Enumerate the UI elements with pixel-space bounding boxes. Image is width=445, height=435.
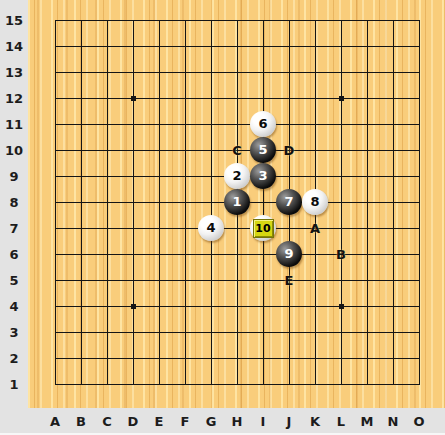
intersection-J14[interactable] xyxy=(276,33,302,59)
column-label-I: I xyxy=(250,414,276,429)
intersection-C12[interactable] xyxy=(94,85,120,111)
intersection-C5[interactable] xyxy=(94,267,120,293)
star-point-L4 xyxy=(339,304,344,309)
intersection-N13[interactable] xyxy=(380,59,406,85)
intersection-E7[interactable] xyxy=(146,215,172,241)
intersection-I10[interactable]: 5 xyxy=(250,137,276,163)
white-stone-move-6[interactable]: 6 xyxy=(250,111,276,137)
column-label-A: A xyxy=(42,414,68,429)
intersection-H11[interactable] xyxy=(224,111,250,137)
intersection-I2[interactable] xyxy=(250,345,276,371)
intersection-D3[interactable] xyxy=(120,319,146,345)
intersection-O8[interactable] xyxy=(406,189,432,215)
intersection-I8[interactable] xyxy=(250,189,276,215)
intersection-G15[interactable] xyxy=(198,7,224,33)
intersection-K13[interactable] xyxy=(302,59,328,85)
intersection-J9[interactable] xyxy=(276,163,302,189)
row-label-8: 8 xyxy=(0,195,28,210)
intersection-A14[interactable] xyxy=(42,33,68,59)
intersection-O2[interactable] xyxy=(406,345,432,371)
intersection-B13[interactable] xyxy=(68,59,94,85)
intersection-I7[interactable]: 10 xyxy=(250,215,276,241)
intersection-H15[interactable] xyxy=(224,7,250,33)
intersection-J6[interactable]: 9 xyxy=(276,241,302,267)
row-label-9: 9 xyxy=(0,169,28,184)
intersection-D6[interactable] xyxy=(120,241,146,267)
intersection-H5[interactable] xyxy=(224,267,250,293)
intersection-H12[interactable] xyxy=(224,85,250,111)
black-stone-move-1[interactable]: 1 xyxy=(224,189,250,215)
column-label-O: O xyxy=(406,414,432,429)
intersection-H7[interactable] xyxy=(224,215,250,241)
intersection-D9[interactable] xyxy=(120,163,146,189)
intersection-C7[interactable] xyxy=(94,215,120,241)
letter-mark-A[interactable]: A xyxy=(310,221,320,236)
column-label-C: C xyxy=(94,414,120,429)
intersection-E13[interactable] xyxy=(146,59,172,85)
intersection-G2[interactable] xyxy=(198,345,224,371)
star-point-L12 xyxy=(339,96,344,101)
row-label-11: 11 xyxy=(0,117,28,132)
intersection-M1[interactable] xyxy=(354,371,380,397)
intersection-A1[interactable] xyxy=(42,371,68,397)
intersection-L15[interactable] xyxy=(328,7,354,33)
row-label-10: 10 xyxy=(0,143,28,158)
intersection-C2[interactable] xyxy=(94,345,120,371)
intersection-H4[interactable] xyxy=(224,293,250,319)
intersection-H2[interactable] xyxy=(224,345,250,371)
intersection-O11[interactable] xyxy=(406,111,432,137)
intersection-F10[interactable] xyxy=(172,137,198,163)
intersection-G10[interactable] xyxy=(198,137,224,163)
intersection-O7[interactable] xyxy=(406,215,432,241)
intersection-L10[interactable] xyxy=(328,137,354,163)
intersection-B1[interactable] xyxy=(68,371,94,397)
intersection-G11[interactable] xyxy=(198,111,224,137)
intersection-E15[interactable] xyxy=(146,7,172,33)
row-label-14: 14 xyxy=(0,39,28,54)
intersection-C11[interactable] xyxy=(94,111,120,137)
intersection-D1[interactable] xyxy=(120,371,146,397)
intersection-J13[interactable] xyxy=(276,59,302,85)
intersection-H6[interactable] xyxy=(224,241,250,267)
intersection-M12[interactable] xyxy=(354,85,380,111)
intersection-C3[interactable] xyxy=(94,319,120,345)
intersection-K11[interactable] xyxy=(302,111,328,137)
intersection-G1[interactable] xyxy=(198,371,224,397)
intersection-M13[interactable] xyxy=(354,59,380,85)
intersection-F7[interactable] xyxy=(172,215,198,241)
intersection-K3[interactable] xyxy=(302,319,328,345)
intersection-L6[interactable]: B xyxy=(328,241,354,267)
intersection-F12[interactable] xyxy=(172,85,198,111)
intersection-J7[interactable] xyxy=(276,215,302,241)
letter-mark-C[interactable]: C xyxy=(232,143,242,158)
intersection-L11[interactable] xyxy=(328,111,354,137)
intersection-I6[interactable] xyxy=(250,241,276,267)
intersection-F3[interactable] xyxy=(172,319,198,345)
intersection-J2[interactable] xyxy=(276,345,302,371)
intersection-N1[interactable] xyxy=(380,371,406,397)
intersection-I4[interactable] xyxy=(250,293,276,319)
intersection-G14[interactable] xyxy=(198,33,224,59)
intersection-O15[interactable] xyxy=(406,7,432,33)
intersection-B9[interactable] xyxy=(68,163,94,189)
intersection-K10[interactable] xyxy=(302,137,328,163)
intersection-C14[interactable] xyxy=(94,33,120,59)
column-label-N: N xyxy=(380,414,406,429)
intersection-C10[interactable] xyxy=(94,137,120,163)
black-stone-move-3[interactable]: 3 xyxy=(250,163,276,189)
intersection-N11[interactable] xyxy=(380,111,406,137)
row-label-7: 7 xyxy=(0,221,28,236)
intersection-B7[interactable] xyxy=(68,215,94,241)
intersection-L9[interactable] xyxy=(328,163,354,189)
star-point-D4 xyxy=(131,304,136,309)
intersection-J15[interactable] xyxy=(276,7,302,33)
intersection-O9[interactable] xyxy=(406,163,432,189)
intersection-N14[interactable] xyxy=(380,33,406,59)
intersection-N4[interactable] xyxy=(380,293,406,319)
intersection-C8[interactable] xyxy=(94,189,120,215)
intersection-E8[interactable] xyxy=(146,189,172,215)
intersection-A2[interactable] xyxy=(42,345,68,371)
intersection-A10[interactable] xyxy=(42,137,68,163)
intersection-D12[interactable] xyxy=(120,85,146,111)
row-label-6: 6 xyxy=(0,247,28,262)
white-stone-move-10[interactable]: 10 xyxy=(250,215,276,241)
intersection-O10[interactable] xyxy=(406,137,432,163)
intersection-I12[interactable] xyxy=(250,85,276,111)
intersection-K5[interactable] xyxy=(302,267,328,293)
letter-mark-E[interactable]: E xyxy=(285,273,294,288)
intersection-E5[interactable] xyxy=(146,267,172,293)
column-label-G: G xyxy=(198,414,224,429)
intersection-F13[interactable] xyxy=(172,59,198,85)
intersection-G7[interactable]: 4 xyxy=(198,215,224,241)
intersection-O5[interactable] xyxy=(406,267,432,293)
renju-diagram: 6C5D23178410A9BE 151413121110987654321 A… xyxy=(0,0,445,435)
black-stone-move-9[interactable]: 9 xyxy=(276,241,302,267)
intersection-E3[interactable] xyxy=(146,319,172,345)
intersection-D10[interactable] xyxy=(120,137,146,163)
intersection-G13[interactable] xyxy=(198,59,224,85)
intersection-N9[interactable] xyxy=(380,163,406,189)
row-label-4: 4 xyxy=(0,299,28,314)
intersection-B3[interactable] xyxy=(68,319,94,345)
intersection-J10[interactable]: D xyxy=(276,137,302,163)
intersection-B5[interactable] xyxy=(68,267,94,293)
intersection-L7[interactable] xyxy=(328,215,354,241)
row-label-1: 1 xyxy=(0,377,28,392)
intersection-N7[interactable] xyxy=(380,215,406,241)
letter-mark-B[interactable]: B xyxy=(336,247,346,262)
intersection-B10[interactable] xyxy=(68,137,94,163)
intersection-D14[interactable] xyxy=(120,33,146,59)
intersection-N3[interactable] xyxy=(380,319,406,345)
intersection-M10[interactable] xyxy=(354,137,380,163)
intersection-H8[interactable]: 1 xyxy=(224,189,250,215)
intersection-N10[interactable] xyxy=(380,137,406,163)
intersection-A11[interactable] xyxy=(42,111,68,137)
intersection-G4[interactable] xyxy=(198,293,224,319)
intersection-L2[interactable] xyxy=(328,345,354,371)
intersection-I9[interactable]: 3 xyxy=(250,163,276,189)
intersection-N5[interactable] xyxy=(380,267,406,293)
row-label-3: 3 xyxy=(0,325,28,340)
intersection-L3[interactable] xyxy=(328,319,354,345)
intersection-G8[interactable] xyxy=(198,189,224,215)
intersection-I3[interactable] xyxy=(250,319,276,345)
row-label-2: 2 xyxy=(0,351,28,366)
intersection-L13[interactable] xyxy=(328,59,354,85)
intersection-M9[interactable] xyxy=(354,163,380,189)
intersection-N15[interactable] xyxy=(380,7,406,33)
intersection-E9[interactable] xyxy=(146,163,172,189)
intersection-N6[interactable] xyxy=(380,241,406,267)
intersection-B15[interactable] xyxy=(68,7,94,33)
intersection-N2[interactable] xyxy=(380,345,406,371)
intersection-K12[interactable] xyxy=(302,85,328,111)
intersection-E2[interactable] xyxy=(146,345,172,371)
intersection-O12[interactable] xyxy=(406,85,432,111)
intersection-I15[interactable] xyxy=(250,7,276,33)
intersection-M2[interactable] xyxy=(354,345,380,371)
intersection-E6[interactable] xyxy=(146,241,172,267)
black-stone-move-7[interactable]: 7 xyxy=(276,189,302,215)
intersection-C13[interactable] xyxy=(94,59,120,85)
column-label-J: J xyxy=(276,414,302,429)
intersection-M3[interactable] xyxy=(354,319,380,345)
board-grid: 6C5D23178410A9BE xyxy=(42,7,432,397)
intersection-J4[interactable] xyxy=(276,293,302,319)
row-label-13: 13 xyxy=(0,65,28,80)
intersection-F2[interactable] xyxy=(172,345,198,371)
intersection-F4[interactable] xyxy=(172,293,198,319)
column-label-L: L xyxy=(328,414,354,429)
intersection-M6[interactable] xyxy=(354,241,380,267)
intersection-C9[interactable] xyxy=(94,163,120,189)
intersection-J3[interactable] xyxy=(276,319,302,345)
intersection-O1[interactable] xyxy=(406,371,432,397)
intersection-A6[interactable] xyxy=(42,241,68,267)
intersection-E14[interactable] xyxy=(146,33,172,59)
intersection-D5[interactable] xyxy=(120,267,146,293)
intersection-K15[interactable] xyxy=(302,7,328,33)
intersection-F8[interactable] xyxy=(172,189,198,215)
intersection-F14[interactable] xyxy=(172,33,198,59)
intersection-M5[interactable] xyxy=(354,267,380,293)
white-stone-move-4[interactable]: 4 xyxy=(198,215,224,241)
intersection-O13[interactable] xyxy=(406,59,432,85)
column-label-K: K xyxy=(302,414,328,429)
intersection-I1[interactable] xyxy=(250,371,276,397)
intersection-J8[interactable]: 7 xyxy=(276,189,302,215)
intersection-A5[interactable] xyxy=(42,267,68,293)
intersection-H10[interactable]: C xyxy=(224,137,250,163)
intersection-B6[interactable] xyxy=(68,241,94,267)
intersection-D4[interactable] xyxy=(120,293,146,319)
intersection-I13[interactable] xyxy=(250,59,276,85)
intersection-L8[interactable] xyxy=(328,189,354,215)
intersection-B11[interactable] xyxy=(68,111,94,137)
intersection-G3[interactable] xyxy=(198,319,224,345)
black-stone-move-5[interactable]: 5 xyxy=(250,137,276,163)
letter-mark-D[interactable]: D xyxy=(284,143,295,158)
intersection-J11[interactable] xyxy=(276,111,302,137)
intersection-I5[interactable] xyxy=(250,267,276,293)
intersection-C4[interactable] xyxy=(94,293,120,319)
intersection-L12[interactable] xyxy=(328,85,354,111)
intersection-F9[interactable] xyxy=(172,163,198,189)
column-coordinates: ABCDEFGHIJKLMNO xyxy=(0,408,445,435)
intersection-A9[interactable] xyxy=(42,163,68,189)
intersection-E10[interactable] xyxy=(146,137,172,163)
intersection-K7[interactable]: A xyxy=(302,215,328,241)
row-label-12: 12 xyxy=(0,91,28,106)
intersection-O14[interactable] xyxy=(406,33,432,59)
column-label-E: E xyxy=(146,414,172,429)
intersection-B8[interactable] xyxy=(68,189,94,215)
intersection-I11[interactable]: 6 xyxy=(250,111,276,137)
row-label-5: 5 xyxy=(0,273,28,288)
intersection-K1[interactable] xyxy=(302,371,328,397)
intersection-D13[interactable] xyxy=(120,59,146,85)
intersection-H1[interactable] xyxy=(224,371,250,397)
white-stone-move-8[interactable]: 8 xyxy=(302,189,328,215)
white-stone-move-2[interactable]: 2 xyxy=(224,163,250,189)
intersection-M7[interactable] xyxy=(354,215,380,241)
intersection-M15[interactable] xyxy=(354,7,380,33)
intersection-A15[interactable] xyxy=(42,7,68,33)
intersection-O6[interactable] xyxy=(406,241,432,267)
intersection-A12[interactable] xyxy=(42,85,68,111)
intersection-F1[interactable] xyxy=(172,371,198,397)
intersection-A3[interactable] xyxy=(42,319,68,345)
intersection-J5[interactable]: E xyxy=(276,267,302,293)
intersection-C6[interactable] xyxy=(94,241,120,267)
intersection-D8[interactable] xyxy=(120,189,146,215)
intersection-K6[interactable] xyxy=(302,241,328,267)
intersection-F5[interactable] xyxy=(172,267,198,293)
intersection-D11[interactable] xyxy=(120,111,146,137)
intersection-H3[interactable] xyxy=(224,319,250,345)
intersection-B14[interactable] xyxy=(68,33,94,59)
intersection-E1[interactable] xyxy=(146,371,172,397)
intersection-J12[interactable] xyxy=(276,85,302,111)
star-point-D12 xyxy=(131,96,136,101)
row-label-15: 15 xyxy=(0,13,28,28)
intersection-K14[interactable] xyxy=(302,33,328,59)
intersection-M8[interactable] xyxy=(354,189,380,215)
intersection-L4[interactable] xyxy=(328,293,354,319)
intersection-O4[interactable] xyxy=(406,293,432,319)
intersection-K2[interactable] xyxy=(302,345,328,371)
intersection-L1[interactable] xyxy=(328,371,354,397)
intersection-G6[interactable] xyxy=(198,241,224,267)
intersection-C15[interactable] xyxy=(94,7,120,33)
intersection-M11[interactable] xyxy=(354,111,380,137)
intersection-L5[interactable] xyxy=(328,267,354,293)
column-label-F: F xyxy=(172,414,198,429)
intersection-I14[interactable] xyxy=(250,33,276,59)
intersection-A4[interactable] xyxy=(42,293,68,319)
intersection-M4[interactable] xyxy=(354,293,380,319)
intersection-D2[interactable] xyxy=(120,345,146,371)
intersection-J1[interactable] xyxy=(276,371,302,397)
intersection-H14[interactable] xyxy=(224,33,250,59)
intersection-K9[interactable] xyxy=(302,163,328,189)
intersection-F11[interactable] xyxy=(172,111,198,137)
intersection-K4[interactable] xyxy=(302,293,328,319)
intersection-E11[interactable] xyxy=(146,111,172,137)
row-coordinates: 151413121110987654321 xyxy=(0,0,28,408)
column-label-D: D xyxy=(120,414,146,429)
intersection-G12[interactable] xyxy=(198,85,224,111)
intersection-E4[interactable] xyxy=(146,293,172,319)
intersection-D15[interactable] xyxy=(120,7,146,33)
intersection-B4[interactable] xyxy=(68,293,94,319)
intersection-F15[interactable] xyxy=(172,7,198,33)
intersection-G9[interactable] xyxy=(198,163,224,189)
intersection-F6[interactable] xyxy=(172,241,198,267)
column-label-M: M xyxy=(354,414,380,429)
column-label-B: B xyxy=(68,414,94,429)
intersection-A8[interactable] xyxy=(42,189,68,215)
intersection-B12[interactable] xyxy=(68,85,94,111)
last-move-highlight: 10 xyxy=(253,219,274,238)
intersection-K8[interactable]: 8 xyxy=(302,189,328,215)
intersection-B2[interactable] xyxy=(68,345,94,371)
intersection-N12[interactable] xyxy=(380,85,406,111)
intersection-N8[interactable] xyxy=(380,189,406,215)
intersection-H13[interactable] xyxy=(224,59,250,85)
column-label-H: H xyxy=(224,414,250,429)
intersection-D7[interactable] xyxy=(120,215,146,241)
intersection-M14[interactable] xyxy=(354,33,380,59)
intersection-A13[interactable] xyxy=(42,59,68,85)
intersection-O3[interactable] xyxy=(406,319,432,345)
intersection-E12[interactable] xyxy=(146,85,172,111)
intersection-H9[interactable]: 2 xyxy=(224,163,250,189)
intersection-A7[interactable] xyxy=(42,215,68,241)
intersection-L14[interactable] xyxy=(328,33,354,59)
intersection-C1[interactable] xyxy=(94,371,120,397)
intersection-G5[interactable] xyxy=(198,267,224,293)
